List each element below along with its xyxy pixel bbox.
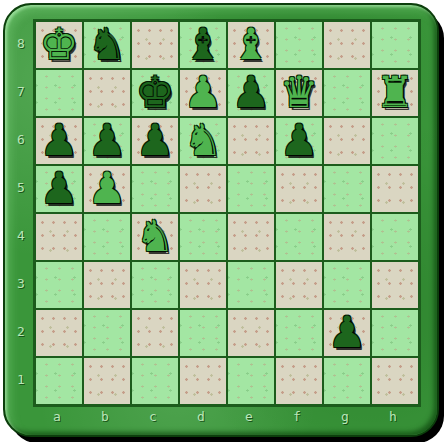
square-a2[interactable] <box>35 309 83 357</box>
square-b8[interactable]: ♞ <box>83 21 131 69</box>
square-a1[interactable] <box>35 357 83 405</box>
square-g4[interactable] <box>323 213 371 261</box>
square-g2[interactable]: ♟ <box>323 309 371 357</box>
rank-label-4: 4 <box>11 211 31 259</box>
square-h5[interactable] <box>371 165 419 213</box>
piece-light-knight[interactable]: ♞ <box>184 116 223 164</box>
square-b7[interactable] <box>83 69 131 117</box>
square-e6[interactable] <box>227 117 275 165</box>
piece-dark-pawn[interactable]: ♟ <box>280 116 319 164</box>
square-h7[interactable]: ♜ <box>371 69 419 117</box>
piece-light-queen[interactable]: ♛ <box>280 68 319 116</box>
square-g5[interactable] <box>323 165 371 213</box>
rank-label-3: 3 <box>11 259 31 307</box>
square-b6[interactable]: ♟ <box>83 117 131 165</box>
square-c1[interactable] <box>131 357 179 405</box>
square-e3[interactable] <box>227 261 275 309</box>
square-d4[interactable] <box>179 213 227 261</box>
square-h6[interactable] <box>371 117 419 165</box>
square-c3[interactable] <box>131 261 179 309</box>
square-f4[interactable] <box>275 213 323 261</box>
rank-label-6: 6 <box>11 115 31 163</box>
piece-light-pawn[interactable]: ♟ <box>88 164 127 212</box>
piece-dark-pawn[interactable]: ♟ <box>232 68 271 116</box>
square-d6[interactable]: ♞ <box>179 117 227 165</box>
file-label-f: f <box>273 405 321 427</box>
square-b3[interactable] <box>83 261 131 309</box>
square-b2[interactable] <box>83 309 131 357</box>
square-e1[interactable] <box>227 357 275 405</box>
square-a3[interactable] <box>35 261 83 309</box>
square-h3[interactable] <box>371 261 419 309</box>
square-f2[interactable] <box>275 309 323 357</box>
file-labels: abcdefgh <box>33 405 421 427</box>
rank-label-7: 7 <box>11 67 31 115</box>
square-a4[interactable] <box>35 213 83 261</box>
square-c4[interactable]: ♞ <box>131 213 179 261</box>
file-label-e: e <box>225 405 273 427</box>
square-f8[interactable] <box>275 21 323 69</box>
square-d8[interactable]: ♝ <box>179 21 227 69</box>
square-g8[interactable] <box>323 21 371 69</box>
square-e4[interactable] <box>227 213 275 261</box>
rank-label-8: 8 <box>11 19 31 67</box>
square-a8[interactable]: ♚ <box>35 21 83 69</box>
square-h4[interactable] <box>371 213 419 261</box>
rank-label-2: 2 <box>11 307 31 355</box>
piece-dark-pawn[interactable]: ♟ <box>88 116 127 164</box>
file-label-b: b <box>81 405 129 427</box>
rank-label-1: 1 <box>11 355 31 403</box>
square-e8[interactable]: ♝ <box>227 21 275 69</box>
square-a6[interactable]: ♟ <box>35 117 83 165</box>
piece-dark-pawn[interactable]: ♟ <box>136 116 175 164</box>
square-b5[interactable]: ♟ <box>83 165 131 213</box>
square-b1[interactable] <box>83 357 131 405</box>
square-g1[interactable] <box>323 357 371 405</box>
chess-board: ♚♞♝♝♚♟♟♛♜♟♟♟♞♟♟♟♞♟ <box>33 19 421 407</box>
piece-light-pawn[interactable]: ♟ <box>184 68 223 116</box>
square-a7[interactable] <box>35 69 83 117</box>
file-label-d: d <box>177 405 225 427</box>
square-d3[interactable] <box>179 261 227 309</box>
file-label-h: h <box>369 405 417 427</box>
square-f7[interactable]: ♛ <box>275 69 323 117</box>
rank-label-5: 5 <box>11 163 31 211</box>
square-d7[interactable]: ♟ <box>179 69 227 117</box>
square-d1[interactable] <box>179 357 227 405</box>
file-label-g: g <box>321 405 369 427</box>
square-f6[interactable]: ♟ <box>275 117 323 165</box>
file-label-c: c <box>129 405 177 427</box>
square-d5[interactable] <box>179 165 227 213</box>
square-e2[interactable] <box>227 309 275 357</box>
rank-labels: 87654321 <box>11 19 31 403</box>
piece-light-king[interactable]: ♚ <box>40 20 79 68</box>
square-h8[interactable] <box>371 21 419 69</box>
square-d2[interactable] <box>179 309 227 357</box>
square-b4[interactable] <box>83 213 131 261</box>
piece-dark-king[interactable]: ♚ <box>136 68 175 116</box>
square-f1[interactable] <box>275 357 323 405</box>
square-f3[interactable] <box>275 261 323 309</box>
square-e7[interactable]: ♟ <box>227 69 275 117</box>
piece-dark-bishop[interactable]: ♝ <box>184 20 223 68</box>
square-c8[interactable] <box>131 21 179 69</box>
square-e5[interactable] <box>227 165 275 213</box>
board-frame: 87654321 abcdefgh ♚♞♝♝♚♟♟♛♜♟♟♟♞♟♟♟♞♟ <box>3 3 439 437</box>
piece-dark-pawn[interactable]: ♟ <box>328 308 367 356</box>
square-g3[interactable] <box>323 261 371 309</box>
square-f5[interactable] <box>275 165 323 213</box>
piece-light-bishop[interactable]: ♝ <box>232 20 271 68</box>
piece-dark-knight[interactable]: ♞ <box>88 20 127 68</box>
square-h2[interactable] <box>371 309 419 357</box>
piece-light-knight[interactable]: ♞ <box>136 212 175 260</box>
square-g6[interactable] <box>323 117 371 165</box>
piece-dark-pawn[interactable]: ♟ <box>40 116 79 164</box>
square-c7[interactable]: ♚ <box>131 69 179 117</box>
square-c2[interactable] <box>131 309 179 357</box>
square-c5[interactable] <box>131 165 179 213</box>
square-c6[interactable]: ♟ <box>131 117 179 165</box>
square-h1[interactable] <box>371 357 419 405</box>
piece-light-rook[interactable]: ♜ <box>376 68 415 116</box>
square-g7[interactable] <box>323 69 371 117</box>
file-label-a: a <box>33 405 81 427</box>
square-a5[interactable]: ♟ <box>35 165 83 213</box>
piece-dark-pawn[interactable]: ♟ <box>40 164 79 212</box>
chess-window: 87654321 abcdefgh ♚♞♝♝♚♟♟♛♜♟♟♟♞♟♟♟♞♟ <box>0 0 444 442</box>
